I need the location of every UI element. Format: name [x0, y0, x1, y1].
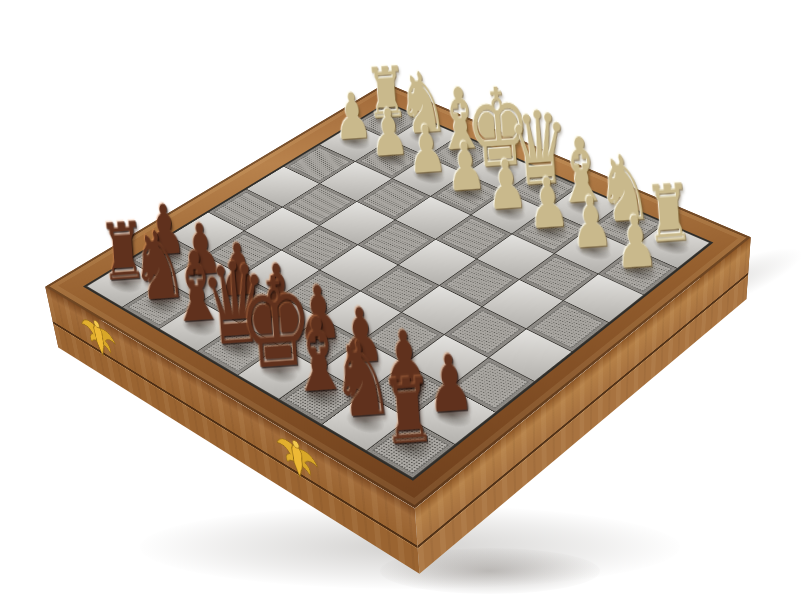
piece-silver-pawn[interactable]: ♟	[444, 132, 488, 201]
piece-silver-pawn[interactable]: ♟	[405, 116, 448, 184]
piece-copper-rook[interactable]: ♜	[379, 365, 438, 458]
piece-silver-pawn[interactable]: ♟	[525, 168, 570, 240]
piece-silver-pawn[interactable]: ♟	[484, 150, 529, 220]
chess-box: ♜♞♝♚♛♝♞♜♟♟♟♟♟♟♟♟♟♟♟♟♟♟♟♟♜♞♝♛♚♝♞♜	[45, 83, 750, 508]
scene: ♜♞♝♚♛♝♞♜♟♟♟♟♟♟♟♟♟♟♟♟♟♟♟♟♜♞♝♛♚♝♞♜	[0, 0, 802, 600]
piece-silver-pawn[interactable]: ♟	[612, 205, 659, 279]
product-photo-canvas: ♜♞♝♚♛♝♞♜♟♟♟♟♟♟♟♟♟♟♟♟♟♟♟♟♜♞♝♛♚♝♞♜	[0, 0, 802, 600]
piece-silver-pawn[interactable]: ♟	[368, 100, 410, 167]
piece-silver-pawn[interactable]: ♟	[332, 84, 374, 150]
piece-silver-pawn[interactable]: ♟	[568, 186, 614, 259]
board-grid: ♜♞♝♚♛♝♞♜♟♟♟♟♟♟♟♟♟♟♟♟♟♟♟♟♜♞♝♛♚♝♞♜	[83, 102, 713, 481]
